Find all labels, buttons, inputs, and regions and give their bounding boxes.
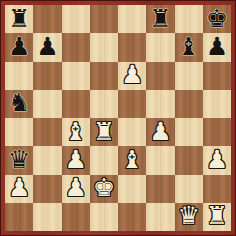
square-a7[interactable]: ♟ xyxy=(5,33,33,61)
square-g6[interactable] xyxy=(175,62,203,90)
square-e5[interactable] xyxy=(118,90,146,118)
square-d5[interactable] xyxy=(90,90,118,118)
square-h8[interactable]: ♚ xyxy=(203,5,231,33)
square-h5[interactable] xyxy=(203,90,231,118)
white-pawn[interactable]: ♟ xyxy=(8,175,30,200)
square-d6[interactable] xyxy=(90,62,118,90)
square-b1[interactable] xyxy=(33,203,61,231)
square-b3[interactable] xyxy=(33,146,61,174)
square-c6[interactable] xyxy=(62,62,90,90)
square-c5[interactable] xyxy=(62,90,90,118)
square-h7[interactable]: ♟ xyxy=(203,33,231,61)
black-pawn[interactable]: ♟ xyxy=(36,34,58,59)
square-d4[interactable]: ♜ xyxy=(90,118,118,146)
square-a8[interactable]: ♜ xyxy=(5,5,33,33)
square-b5[interactable] xyxy=(33,90,61,118)
square-d1[interactable] xyxy=(90,203,118,231)
square-g2[interactable] xyxy=(175,175,203,203)
white-bishop[interactable]: ♝ xyxy=(121,147,143,172)
black-king[interactable]: ♚ xyxy=(206,6,228,31)
square-e2[interactable] xyxy=(118,175,146,203)
square-b8[interactable] xyxy=(33,5,61,33)
square-h1[interactable]: ♜ xyxy=(203,203,231,231)
square-b4[interactable] xyxy=(33,118,61,146)
black-rook[interactable]: ♜ xyxy=(149,6,171,31)
square-e1[interactable] xyxy=(118,203,146,231)
square-f4[interactable]: ♟ xyxy=(146,118,174,146)
square-e4[interactable] xyxy=(118,118,146,146)
square-h4[interactable] xyxy=(203,118,231,146)
white-pawn[interactable]: ♟ xyxy=(206,147,228,172)
square-e7[interactable] xyxy=(118,33,146,61)
square-d3[interactable] xyxy=(90,146,118,174)
square-c7[interactable] xyxy=(62,33,90,61)
white-bishop[interactable]: ♝ xyxy=(64,119,86,144)
square-g4[interactable] xyxy=(175,118,203,146)
square-b7[interactable]: ♟ xyxy=(33,33,61,61)
white-king[interactable]: ♚ xyxy=(93,175,115,200)
square-g7[interactable]: ♝ xyxy=(175,33,203,61)
square-d8[interactable] xyxy=(90,5,118,33)
white-pawn[interactable]: ♟ xyxy=(64,175,86,200)
chess-board: ♜♜♚♟♟♝♟♟♞♝♜♟♛♟♝♟♟♟♚♛♜ xyxy=(5,5,231,231)
white-pawn[interactable]: ♟ xyxy=(64,147,86,172)
square-g1[interactable]: ♛ xyxy=(175,203,203,231)
white-pawn[interactable]: ♟ xyxy=(121,62,143,87)
square-c8[interactable] xyxy=(62,5,90,33)
square-c2[interactable]: ♟ xyxy=(62,175,90,203)
square-f3[interactable] xyxy=(146,146,174,174)
square-a3[interactable]: ♛ xyxy=(5,146,33,174)
white-rook[interactable]: ♜ xyxy=(206,203,228,228)
square-g5[interactable] xyxy=(175,90,203,118)
square-g8[interactable] xyxy=(175,5,203,33)
square-b2[interactable] xyxy=(33,175,61,203)
white-queen[interactable]: ♛ xyxy=(177,203,199,228)
black-pawn[interactable]: ♟ xyxy=(8,34,30,59)
black-knight[interactable]: ♞ xyxy=(8,90,30,115)
square-e8[interactable] xyxy=(118,5,146,33)
white-pawn[interactable]: ♟ xyxy=(149,119,171,144)
square-f5[interactable] xyxy=(146,90,174,118)
chess-board-frame: ♜♜♚♟♟♝♟♟♞♝♜♟♛♟♝♟♟♟♚♛♜ xyxy=(0,0,236,236)
square-f7[interactable] xyxy=(146,33,174,61)
square-h2[interactable] xyxy=(203,175,231,203)
square-a4[interactable] xyxy=(5,118,33,146)
square-c3[interactable]: ♟ xyxy=(62,146,90,174)
black-pawn[interactable]: ♟ xyxy=(206,34,228,59)
square-a1[interactable] xyxy=(5,203,33,231)
square-g3[interactable] xyxy=(175,146,203,174)
black-rook[interactable]: ♜ xyxy=(8,6,30,31)
square-a6[interactable] xyxy=(5,62,33,90)
square-e6[interactable]: ♟ xyxy=(118,62,146,90)
square-f8[interactable]: ♜ xyxy=(146,5,174,33)
square-c1[interactable] xyxy=(62,203,90,231)
square-h3[interactable]: ♟ xyxy=(203,146,231,174)
square-a5[interactable]: ♞ xyxy=(5,90,33,118)
square-f1[interactable] xyxy=(146,203,174,231)
square-h6[interactable] xyxy=(203,62,231,90)
square-a2[interactable]: ♟ xyxy=(5,175,33,203)
square-e3[interactable]: ♝ xyxy=(118,146,146,174)
square-b6[interactable] xyxy=(33,62,61,90)
black-bishop[interactable]: ♝ xyxy=(177,34,199,59)
square-d2[interactable]: ♚ xyxy=(90,175,118,203)
square-f6[interactable] xyxy=(146,62,174,90)
square-d7[interactable] xyxy=(90,33,118,61)
black-queen[interactable]: ♛ xyxy=(8,147,30,172)
square-c4[interactable]: ♝ xyxy=(62,118,90,146)
white-rook[interactable]: ♜ xyxy=(93,119,115,144)
square-f2[interactable] xyxy=(146,175,174,203)
